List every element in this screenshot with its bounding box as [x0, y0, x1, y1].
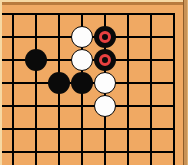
intersection-N13[interactable]: [25, 141, 48, 164]
intersection-R18[interactable]: [117, 26, 140, 49]
intersection-O13[interactable]: [48, 141, 71, 164]
intersection-M16[interactable]: [2, 72, 25, 95]
intersection-M13[interactable]: [2, 141, 25, 164]
intersection-N16[interactable]: [25, 72, 48, 95]
intersection-M18[interactable]: [2, 26, 25, 49]
intersection-O16[interactable]: [48, 72, 71, 95]
board-frame-left-edge: [0, 0, 2, 165]
intersection-P14[interactable]: [71, 118, 94, 141]
intersection-M19[interactable]: [2, 3, 25, 26]
intersection-M17[interactable]: [2, 49, 25, 72]
intersection-Q15[interactable]: [94, 95, 117, 118]
intersection-N18[interactable]: [25, 26, 48, 49]
intersection-P17[interactable]: [71, 49, 94, 72]
intersection-P18[interactable]: [71, 26, 94, 49]
intersection-Q18[interactable]: [94, 26, 117, 49]
intersection-R19[interactable]: [117, 3, 140, 26]
intersection-R14[interactable]: [117, 118, 140, 141]
intersection-O17[interactable]: [48, 49, 71, 72]
black-stone: [71, 72, 93, 94]
intersection-S17[interactable]: [140, 49, 163, 72]
intersection-N15[interactable]: [25, 95, 48, 118]
intersection-S14[interactable]: [140, 118, 163, 141]
white-stone: [71, 26, 93, 48]
intersection-P15[interactable]: [71, 95, 94, 118]
white-stone: [71, 49, 93, 71]
white-stone: [94, 95, 116, 117]
intersection-P16[interactable]: [71, 72, 94, 95]
red-circle-marker: [99, 54, 111, 66]
intersection-O15[interactable]: [48, 95, 71, 118]
intersection-N14[interactable]: [25, 118, 48, 141]
intersection-N19[interactable]: [25, 3, 48, 26]
intersection-Q19[interactable]: [94, 3, 117, 26]
intersection-P19[interactable]: [71, 3, 94, 26]
intersection-S19[interactable]: [140, 3, 163, 26]
intersection-R15[interactable]: [117, 95, 140, 118]
intersection-grid: [2, 3, 186, 164]
intersection-Q14[interactable]: [94, 118, 117, 141]
black-stone: [25, 49, 47, 71]
black-stone: [48, 72, 70, 94]
intersection-N17[interactable]: [25, 49, 48, 72]
red-circle-marker: [99, 31, 111, 43]
marked-black-stone: [94, 26, 116, 48]
intersection-O18[interactable]: [48, 26, 71, 49]
intersection-R13[interactable]: [117, 141, 140, 164]
marked-black-stone: [94, 49, 116, 71]
intersection-M14[interactable]: [2, 118, 25, 141]
intersection-S15[interactable]: [140, 95, 163, 118]
go-board[interactable]: [0, 0, 188, 165]
intersection-Q16[interactable]: [94, 72, 117, 95]
board-frame-right-highlight: [187, 0, 188, 165]
intersection-O19[interactable]: [48, 3, 71, 26]
board-frame-top-edge: [0, 2, 188, 5]
intersection-S16[interactable]: [140, 72, 163, 95]
intersection-M15[interactable]: [2, 95, 25, 118]
intersection-P13[interactable]: [71, 141, 94, 164]
intersection-S18[interactable]: [140, 26, 163, 49]
intersection-R17[interactable]: [117, 49, 140, 72]
intersection-Q13[interactable]: [94, 141, 117, 164]
intersection-Q17[interactable]: [94, 49, 117, 72]
intersection-R16[interactable]: [117, 72, 140, 95]
intersection-S13[interactable]: [140, 141, 163, 164]
white-stone: [94, 72, 116, 94]
intersection-O14[interactable]: [48, 118, 71, 141]
